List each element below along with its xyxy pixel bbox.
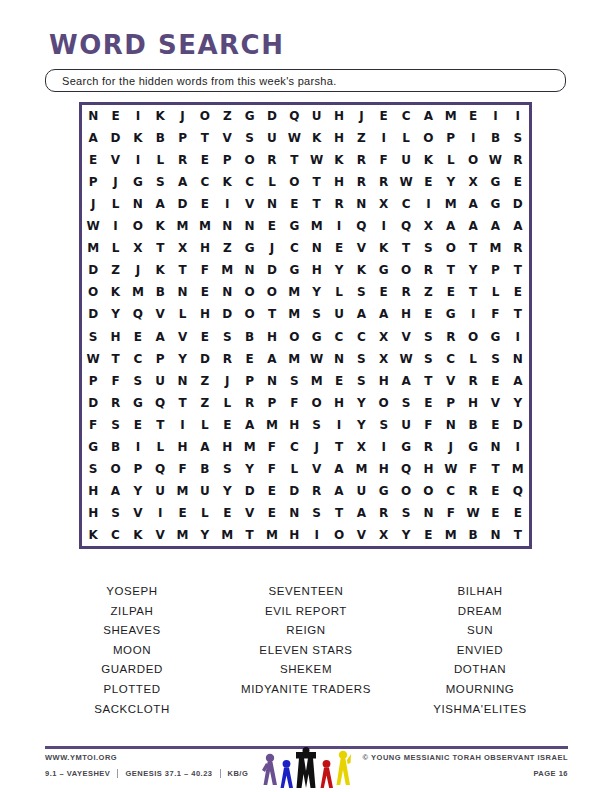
grid-cell-r11c11[interactable]: G (306, 325, 328, 347)
grid-cell-r4c3[interactable]: G (127, 171, 149, 193)
grid-cell-r14c8[interactable]: R (238, 392, 260, 414)
grid-cell-r17c20[interactable]: M (507, 458, 529, 480)
grid-cell-r10c1[interactable]: D (82, 303, 104, 325)
grid-cell-r6c7[interactable]: N (216, 215, 238, 237)
grid-cell-r7c17[interactable]: O (440, 237, 462, 259)
grid-cell-r15c16[interactable]: F (417, 414, 439, 436)
grid-cell-r17c17[interactable]: W (440, 458, 462, 480)
grid-cell-r1c12[interactable]: H (328, 105, 350, 127)
grid-cell-r5c10[interactable]: E (283, 193, 305, 215)
grid-cell-r4c17[interactable]: Y (440, 171, 462, 193)
grid-cell-r20c19[interactable]: N (484, 524, 506, 546)
grid-cell-r7c15[interactable]: T (395, 237, 417, 259)
grid-cell-r17c18[interactable]: F (462, 458, 484, 480)
grid-cell-r20c11[interactable]: I (306, 524, 328, 546)
grid-cell-r1c15[interactable]: C (395, 105, 417, 127)
grid-cell-r17c2[interactable]: O (104, 458, 126, 480)
grid-cell-r3c1[interactable]: E (82, 149, 104, 171)
grid-cell-r6c3[interactable]: O (127, 215, 149, 237)
grid-cell-r3c11[interactable]: W (306, 149, 328, 171)
grid-cell-r11c8[interactable]: B (238, 325, 260, 347)
grid-cell-r13c10[interactable]: S (283, 370, 305, 392)
grid-cell-r12c16[interactable]: S (417, 348, 439, 370)
grid-cell-r19c11[interactable]: S (306, 502, 328, 524)
grid-cell-r7c1[interactable]: M (82, 237, 104, 259)
grid-cell-r1c1[interactable]: N (82, 105, 104, 127)
grid-cell-r16c5[interactable]: H (171, 436, 193, 458)
grid-cell-r17c4[interactable]: Q (149, 458, 171, 480)
grid-cell-r11c19[interactable]: G (484, 325, 506, 347)
grid-cell-r12c14[interactable]: X (373, 348, 395, 370)
grid-cell-r6c17[interactable]: A (440, 215, 462, 237)
grid-cell-r7c11[interactable]: N (306, 237, 328, 259)
grid-cell-r4c18[interactable]: X (462, 171, 484, 193)
grid-cell-r20c8[interactable]: T (238, 524, 260, 546)
grid-cell-r4c19[interactable]: G (484, 171, 506, 193)
grid-cell-r7c3[interactable]: X (127, 237, 149, 259)
grid-cell-r1c19[interactable]: I (484, 105, 506, 127)
grid-cell-r2c2[interactable]: D (104, 127, 126, 149)
grid-cell-r4c8[interactable]: C (238, 171, 260, 193)
grid-cell-r20c10[interactable]: H (283, 524, 305, 546)
grid-cell-r7c6[interactable]: H (194, 237, 216, 259)
grid-cell-r3c7[interactable]: P (216, 149, 238, 171)
grid-cell-r19c2[interactable]: S (104, 502, 126, 524)
grid-cell-r19c13[interactable]: A (350, 502, 372, 524)
grid-cell-r14c18[interactable]: H (462, 392, 484, 414)
grid-cell-r18c18[interactable]: R (462, 480, 484, 502)
grid-cell-r8c6[interactable]: F (194, 259, 216, 281)
grid-cell-r5c19[interactable]: G (484, 193, 506, 215)
grid-cell-r14c5[interactable]: T (171, 392, 193, 414)
grid-cell-r5c12[interactable]: R (328, 193, 350, 215)
grid-cell-r16c16[interactable]: R (417, 436, 439, 458)
grid-cell-r5c2[interactable]: L (104, 193, 126, 215)
grid-cell-r18c17[interactable]: C (440, 480, 462, 502)
grid-cell-r12c5[interactable]: Y (171, 348, 193, 370)
grid-cell-r20c14[interactable]: X (373, 524, 395, 546)
grid-cell-r10c7[interactable]: D (216, 303, 238, 325)
grid-cell-r18c10[interactable]: D (283, 480, 305, 502)
grid-cell-r10c20[interactable]: T (507, 303, 529, 325)
grid-cell-r4c13[interactable]: R (350, 171, 372, 193)
grid-cell-r10c17[interactable]: G (440, 303, 462, 325)
grid-cell-r1c4[interactable]: K (149, 105, 171, 127)
grid-cell-r2c13[interactable]: Z (350, 127, 372, 149)
grid-cell-r4c11[interactable]: T (306, 171, 328, 193)
grid-cell-r15c19[interactable]: E (484, 414, 506, 436)
grid-cell-r9c7[interactable]: N (216, 281, 238, 303)
grid-cell-r3c17[interactable]: L (440, 149, 462, 171)
grid-cell-r12c7[interactable]: R (216, 348, 238, 370)
grid-cell-r3c15[interactable]: U (395, 149, 417, 171)
grid-cell-r4c20[interactable]: E (507, 171, 529, 193)
grid-cell-r15c11[interactable]: S (306, 414, 328, 436)
grid-cell-r18c7[interactable]: Y (216, 480, 238, 502)
grid-cell-r12c11[interactable]: W (306, 348, 328, 370)
grid-cell-r14c11[interactable]: O (306, 392, 328, 414)
grid-cell-r5c8[interactable]: V (238, 193, 260, 215)
grid-cell-r13c19[interactable]: E (484, 370, 506, 392)
grid-cell-r19c6[interactable]: L (194, 502, 216, 524)
grid-cell-r2c11[interactable]: K (306, 127, 328, 149)
grid-cell-r18c2[interactable]: A (104, 480, 126, 502)
grid-cell-r18c9[interactable]: E (261, 480, 283, 502)
grid-cell-r3c3[interactable]: I (127, 149, 149, 171)
grid-cell-r13c18[interactable]: R (462, 370, 484, 392)
grid-cell-r5c3[interactable]: N (127, 193, 149, 215)
grid-cell-r17c12[interactable]: A (328, 458, 350, 480)
grid-cell-r8c17[interactable]: T (440, 259, 462, 281)
grid-cell-r5c15[interactable]: C (395, 193, 417, 215)
grid-cell-r16c4[interactable]: L (149, 436, 171, 458)
grid-cell-r17c6[interactable]: B (194, 458, 216, 480)
grid-cell-r5c14[interactable]: X (373, 193, 395, 215)
grid-cell-r12c19[interactable]: S (484, 348, 506, 370)
grid-cell-r9c14[interactable]: E (373, 281, 395, 303)
grid-cell-r2c17[interactable]: P (440, 127, 462, 149)
grid-cell-r8c16[interactable]: R (417, 259, 439, 281)
grid-cell-r15c1[interactable]: F (82, 414, 104, 436)
grid-cell-r20c4[interactable]: V (149, 524, 171, 546)
grid-cell-r3c19[interactable]: W (484, 149, 506, 171)
grid-cell-r18c4[interactable]: U (149, 480, 171, 502)
grid-cell-r16c10[interactable]: C (283, 436, 305, 458)
grid-cell-r15c17[interactable]: N (440, 414, 462, 436)
grid-cell-r3c18[interactable]: O (462, 149, 484, 171)
grid-cell-r14c13[interactable]: Y (350, 392, 372, 414)
grid-cell-r16c11[interactable]: J (306, 436, 328, 458)
grid-cell-r14c14[interactable]: O (373, 392, 395, 414)
grid-cell-r3c9[interactable]: R (261, 149, 283, 171)
grid-cell-r12c20[interactable]: N (507, 348, 529, 370)
grid-cell-r19c10[interactable]: N (283, 502, 305, 524)
grid-cell-r15c18[interactable]: B (462, 414, 484, 436)
grid-cell-r1c7[interactable]: Z (216, 105, 238, 127)
grid-cell-r12c4[interactable]: P (149, 348, 171, 370)
grid-cell-r10c15[interactable]: H (395, 303, 417, 325)
grid-cell-r1c16[interactable]: A (417, 105, 439, 127)
grid-cell-r20c6[interactable]: Y (194, 524, 216, 546)
grid-cell-r6c4[interactable]: K (149, 215, 171, 237)
grid-cell-r1c13[interactable]: J (350, 105, 372, 127)
grid-cell-r6c8[interactable]: N (238, 215, 260, 237)
grid-cell-r11c14[interactable]: X (373, 325, 395, 347)
grid-cell-r8c3[interactable]: J (127, 259, 149, 281)
grid-cell-r5c17[interactable]: M (440, 193, 462, 215)
grid-cell-r4c7[interactable]: K (216, 171, 238, 193)
grid-cell-r11c17[interactable]: R (440, 325, 462, 347)
grid-cell-r9c13[interactable]: S (350, 281, 372, 303)
grid-cell-r13c6[interactable]: Z (194, 370, 216, 392)
grid-cell-r10c6[interactable]: H (194, 303, 216, 325)
grid-cell-r20c7[interactable]: M (216, 524, 238, 546)
grid-cell-r10c2[interactable]: Y (104, 303, 126, 325)
grid-cell-r16c14[interactable]: I (373, 436, 395, 458)
grid-cell-r10c18[interactable]: I (462, 303, 484, 325)
grid-cell-r19c7[interactable]: E (216, 502, 238, 524)
grid-cell-r20c17[interactable]: M (440, 524, 462, 546)
grid-cell-r7c2[interactable]: L (104, 237, 126, 259)
grid-cell-r4c14[interactable]: R (373, 171, 395, 193)
grid-cell-r6c13[interactable]: Q (350, 215, 372, 237)
grid-cell-r19c20[interactable]: E (507, 502, 529, 524)
grid-cell-r14c15[interactable]: S (395, 392, 417, 414)
grid-cell-r2c6[interactable]: T (194, 127, 216, 149)
grid-cell-r5c9[interactable]: N (261, 193, 283, 215)
grid-cell-r7c8[interactable]: G (238, 237, 260, 259)
grid-cell-r11c5[interactable]: V (171, 325, 193, 347)
grid-cell-r10c9[interactable]: T (261, 303, 283, 325)
grid-cell-r19c1[interactable]: H (82, 502, 104, 524)
grid-cell-r1c6[interactable]: O (194, 105, 216, 127)
grid-cell-r7c12[interactable]: E (328, 237, 350, 259)
grid-cell-r15c10[interactable]: H (283, 414, 305, 436)
grid-cell-r4c16[interactable]: E (417, 171, 439, 193)
grid-cell-r12c13[interactable]: S (350, 348, 372, 370)
grid-cell-r9c4[interactable]: B (149, 281, 171, 303)
grid-cell-r7c20[interactable]: R (507, 237, 529, 259)
grid-cell-r6c9[interactable]: E (261, 215, 283, 237)
grid-cell-r19c15[interactable]: S (395, 502, 417, 524)
grid-cell-r8c8[interactable]: N (238, 259, 260, 281)
grid-cell-r9c11[interactable]: Y (306, 281, 328, 303)
grid-cell-r1c20[interactable]: I (507, 105, 529, 127)
grid-cell-r2c5[interactable]: P (171, 127, 193, 149)
grid-cell-r11c15[interactable]: V (395, 325, 417, 347)
grid-cell-r15c9[interactable]: M (261, 414, 283, 436)
grid-cell-r6c5[interactable]: M (171, 215, 193, 237)
grid-cell-r6c10[interactable]: G (283, 215, 305, 237)
grid-cell-r12c12[interactable]: N (328, 348, 350, 370)
grid-cell-r20c2[interactable]: C (104, 524, 126, 546)
grid-cell-r8c10[interactable]: G (283, 259, 305, 281)
grid-cell-r17c11[interactable]: V (306, 458, 328, 480)
grid-cell-r3c6[interactable]: E (194, 149, 216, 171)
grid-cell-r7c5[interactable]: X (171, 237, 193, 259)
grid-cell-r2c4[interactable]: B (149, 127, 171, 149)
grid-cell-r8c5[interactable]: T (171, 259, 193, 281)
grid-cell-r11c1[interactable]: S (82, 325, 104, 347)
grid-cell-r3c10[interactable]: T (283, 149, 305, 171)
grid-cell-r20c16[interactable]: E (417, 524, 439, 546)
grid-cell-r17c15[interactable]: Q (395, 458, 417, 480)
grid-cell-r1c3[interactable]: I (127, 105, 149, 127)
grid-cell-r11c18[interactable]: O (462, 325, 484, 347)
grid-cell-r18c20[interactable]: Q (507, 480, 529, 502)
grid-cell-r12c9[interactable]: A (261, 348, 283, 370)
grid-cell-r4c9[interactable]: L (261, 171, 283, 193)
grid-cell-r15c14[interactable]: S (373, 414, 395, 436)
grid-cell-r10c5[interactable]: L (171, 303, 193, 325)
grid-cell-r16c18[interactable]: G (462, 436, 484, 458)
grid-cell-r8c1[interactable]: D (82, 259, 104, 281)
grid-cell-r4c15[interactable]: W (395, 171, 417, 193)
grid-cell-r17c9[interactable]: F (261, 458, 283, 480)
grid-cell-r8c11[interactable]: H (306, 259, 328, 281)
grid-cell-r17c16[interactable]: H (417, 458, 439, 480)
grid-cell-r9c20[interactable]: E (507, 281, 529, 303)
grid-cell-r5c1[interactable]: J (82, 193, 104, 215)
grid-cell-r5c13[interactable]: N (350, 193, 372, 215)
grid-cell-r18c13[interactable]: U (350, 480, 372, 502)
grid-cell-r1c11[interactable]: U (306, 105, 328, 127)
grid-cell-r13c2[interactable]: F (104, 370, 126, 392)
grid-cell-r17c5[interactable]: F (171, 458, 193, 480)
grid-cell-r10c19[interactable]: F (484, 303, 506, 325)
grid-cell-r1c17[interactable]: M (440, 105, 462, 127)
grid-cell-r17c1[interactable]: S (82, 458, 104, 480)
grid-cell-r3c14[interactable]: F (373, 149, 395, 171)
grid-cell-r16c12[interactable]: T (328, 436, 350, 458)
grid-cell-r18c12[interactable]: A (328, 480, 350, 502)
grid-cell-r6c2[interactable]: I (104, 215, 126, 237)
grid-cell-r6c1[interactable]: W (82, 215, 104, 237)
grid-cell-r7c16[interactable]: S (417, 237, 439, 259)
grid-cell-r13c1[interactable]: P (82, 370, 104, 392)
grid-cell-r13c13[interactable]: S (350, 370, 372, 392)
grid-cell-r14c19[interactable]: V (484, 392, 506, 414)
grid-cell-r3c4[interactable]: L (149, 149, 171, 171)
grid-cell-r12c17[interactable]: C (440, 348, 462, 370)
grid-cell-r16c20[interactable]: I (507, 436, 529, 458)
grid-cell-r6c6[interactable]: M (194, 215, 216, 237)
grid-cell-r2c3[interactable]: K (127, 127, 149, 149)
grid-cell-r10c11[interactable]: S (306, 303, 328, 325)
grid-cell-r19c8[interactable]: V (238, 502, 260, 524)
grid-cell-r15c13[interactable]: Y (350, 414, 372, 436)
grid-cell-r12c10[interactable]: M (283, 348, 305, 370)
grid-cell-r4c4[interactable]: S (149, 171, 171, 193)
grid-cell-r2c15[interactable]: L (395, 127, 417, 149)
grid-cell-r15c15[interactable]: U (395, 414, 417, 436)
grid-cell-r9c8[interactable]: O (238, 281, 260, 303)
grid-cell-r5c18[interactable]: A (462, 193, 484, 215)
grid-cell-r6c16[interactable]: X (417, 215, 439, 237)
grid-cell-r9c12[interactable]: L (328, 281, 350, 303)
grid-cell-r9c3[interactable]: M (127, 281, 149, 303)
grid-cell-r11c13[interactable]: C (350, 325, 372, 347)
grid-cell-r7c4[interactable]: T (149, 237, 171, 259)
grid-cell-r1c8[interactable]: G (238, 105, 260, 127)
grid-cell-r1c18[interactable]: E (462, 105, 484, 127)
grid-cell-r3c8[interactable]: O (238, 149, 260, 171)
grid-cell-r14c17[interactable]: P (440, 392, 462, 414)
grid-cell-r2c1[interactable]: A (82, 127, 104, 149)
grid-cell-r10c3[interactable]: Q (127, 303, 149, 325)
grid-cell-r15c20[interactable]: D (507, 414, 529, 436)
grid-cell-r6c20[interactable]: A (507, 215, 529, 237)
grid-cell-r7c18[interactable]: T (462, 237, 484, 259)
grid-cell-r2c18[interactable]: I (462, 127, 484, 149)
grid-cell-r13c16[interactable]: T (417, 370, 439, 392)
grid-cell-r2c9[interactable]: U (261, 127, 283, 149)
grid-cell-r13c17[interactable]: V (440, 370, 462, 392)
grid-cell-r3c2[interactable]: V (104, 149, 126, 171)
grid-cell-r13c14[interactable]: H (373, 370, 395, 392)
grid-cell-r14c6[interactable]: Z (194, 392, 216, 414)
grid-cell-r4c5[interactable]: A (171, 171, 193, 193)
grid-cell-r2c7[interactable]: V (216, 127, 238, 149)
grid-cell-r17c10[interactable]: L (283, 458, 305, 480)
grid-cell-r19c9[interactable]: E (261, 502, 283, 524)
grid-cell-r18c14[interactable]: G (373, 480, 395, 502)
grid-cell-r5c16[interactable]: I (417, 193, 439, 215)
grid-cell-r5c11[interactable]: T (306, 193, 328, 215)
grid-cell-r15c12[interactable]: I (328, 414, 350, 436)
grid-cell-r9c10[interactable]: M (283, 281, 305, 303)
grid-cell-r12c1[interactable]: W (82, 348, 104, 370)
grid-cell-r16c6[interactable]: A (194, 436, 216, 458)
grid-cell-r8c18[interactable]: Y (462, 259, 484, 281)
grid-cell-r6c18[interactable]: A (462, 215, 484, 237)
grid-cell-r19c16[interactable]: N (417, 502, 439, 524)
grid-cell-r17c7[interactable]: S (216, 458, 238, 480)
grid-cell-r7c7[interactable]: Z (216, 237, 238, 259)
grid-cell-r3c16[interactable]: K (417, 149, 439, 171)
grid-cell-r15c3[interactable]: E (127, 414, 149, 436)
grid-cell-r16c3[interactable]: I (127, 436, 149, 458)
grid-cell-r18c5[interactable]: M (171, 480, 193, 502)
grid-cell-r20c5[interactable]: M (171, 524, 193, 546)
grid-cell-r5c7[interactable]: I (216, 193, 238, 215)
grid-cell-r8c4[interactable]: K (149, 259, 171, 281)
grid-cell-r8c9[interactable]: D (261, 259, 283, 281)
grid-cell-r13c7[interactable]: J (216, 370, 238, 392)
grid-cell-r9c5[interactable]: N (171, 281, 193, 303)
grid-cell-r14c16[interactable]: E (417, 392, 439, 414)
grid-cell-r16c1[interactable]: G (82, 436, 104, 458)
grid-cell-r19c3[interactable]: V (127, 502, 149, 524)
grid-cell-r8c2[interactable]: Z (104, 259, 126, 281)
grid-cell-r2c20[interactable]: S (507, 127, 529, 149)
grid-cell-r10c10[interactable]: M (283, 303, 305, 325)
grid-cell-r14c2[interactable]: R (104, 392, 126, 414)
grid-cell-r7c14[interactable]: K (373, 237, 395, 259)
grid-cell-r6c14[interactable]: I (373, 215, 395, 237)
grid-cell-r10c4[interactable]: V (149, 303, 171, 325)
grid-cell-r9c16[interactable]: Z (417, 281, 439, 303)
grid-cell-r19c17[interactable]: F (440, 502, 462, 524)
grid-cell-r9c2[interactable]: K (104, 281, 126, 303)
grid-cell-r8c7[interactable]: M (216, 259, 238, 281)
grid-cell-r18c11[interactable]: R (306, 480, 328, 502)
grid-cell-r12c15[interactable]: W (395, 348, 417, 370)
grid-cell-r8c15[interactable]: O (395, 259, 417, 281)
grid-cell-r1c10[interactable]: Q (283, 105, 305, 127)
grid-cell-r10c14[interactable]: A (373, 303, 395, 325)
grid-cell-r6c19[interactable]: A (484, 215, 506, 237)
grid-cell-r14c1[interactable]: D (82, 392, 104, 414)
grid-cell-r13c8[interactable]: P (238, 370, 260, 392)
grid-cell-r12c2[interactable]: T (104, 348, 126, 370)
grid-cell-r11c20[interactable]: I (507, 325, 529, 347)
grid-cell-r4c12[interactable]: H (328, 171, 350, 193)
grid-cell-r10c13[interactable]: A (350, 303, 372, 325)
grid-cell-r16c19[interactable]: N (484, 436, 506, 458)
grid-cell-r16c17[interactable]: J (440, 436, 462, 458)
grid-cell-r18c16[interactable]: O (417, 480, 439, 502)
grid-cell-r20c3[interactable]: K (127, 524, 149, 546)
grid-cell-r18c3[interactable]: Y (127, 480, 149, 502)
grid-cell-r17c3[interactable]: P (127, 458, 149, 480)
grid-cell-r9c15[interactable]: R (395, 281, 417, 303)
grid-cell-r2c19[interactable]: B (484, 127, 506, 149)
grid-cell-r8c20[interactable]: T (507, 259, 529, 281)
grid-cell-r8c13[interactable]: K (350, 259, 372, 281)
grid-cell-r3c12[interactable]: K (328, 149, 350, 171)
grid-cell-r7c10[interactable]: C (283, 237, 305, 259)
